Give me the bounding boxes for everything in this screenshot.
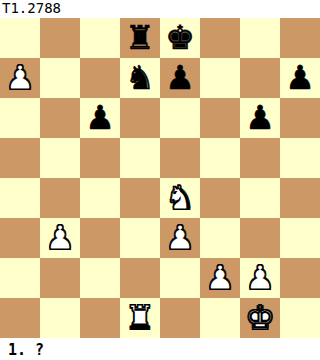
square-d8[interactable]: ♜ [120, 18, 160, 58]
black-pawn[interactable]: ♟ [85, 101, 115, 134]
square-a7[interactable]: ♟ [0, 58, 40, 98]
white-rook[interactable]: ♜ [125, 301, 155, 334]
square-c6[interactable]: ♟ [80, 98, 120, 138]
square-f8[interactable] [200, 18, 240, 58]
square-c5[interactable] [80, 138, 120, 178]
square-f1[interactable] [200, 298, 240, 338]
square-g4[interactable] [240, 178, 280, 218]
square-h1[interactable] [280, 298, 320, 338]
square-h8[interactable] [280, 18, 320, 58]
square-b4[interactable] [40, 178, 80, 218]
square-f5[interactable] [200, 138, 240, 178]
square-e5[interactable] [160, 138, 200, 178]
white-pawn[interactable]: ♟ [5, 61, 35, 94]
black-pawn[interactable]: ♟ [245, 101, 275, 134]
white-pawn[interactable]: ♟ [165, 221, 195, 254]
move-prompt: 1. ? [0, 338, 320, 360]
square-f2[interactable]: ♟ [200, 258, 240, 298]
square-a5[interactable] [0, 138, 40, 178]
black-rook[interactable]: ♜ [125, 21, 155, 54]
square-e8[interactable]: ♚ [160, 18, 200, 58]
square-c2[interactable] [80, 258, 120, 298]
square-e7[interactable]: ♟ [160, 58, 200, 98]
white-pawn[interactable]: ♟ [245, 261, 275, 294]
square-f7[interactable] [200, 58, 240, 98]
square-h3[interactable] [280, 218, 320, 258]
white-pawn[interactable]: ♟ [45, 221, 75, 254]
square-b7[interactable] [40, 58, 80, 98]
square-d4[interactable] [120, 178, 160, 218]
square-g2[interactable]: ♟ [240, 258, 280, 298]
square-d1[interactable]: ♜ [120, 298, 160, 338]
square-c1[interactable] [80, 298, 120, 338]
square-a8[interactable] [0, 18, 40, 58]
square-d5[interactable] [120, 138, 160, 178]
square-d6[interactable] [120, 98, 160, 138]
square-g7[interactable] [240, 58, 280, 98]
square-g3[interactable] [240, 218, 280, 258]
square-b1[interactable] [40, 298, 80, 338]
square-g5[interactable] [240, 138, 280, 178]
square-b6[interactable] [40, 98, 80, 138]
square-h4[interactable] [280, 178, 320, 218]
square-e6[interactable] [160, 98, 200, 138]
chess-board: ♜♚♟♞♟♟♟♟♞♟♟♟♟♜♚ [0, 18, 320, 338]
square-d2[interactable] [120, 258, 160, 298]
square-e1[interactable] [160, 298, 200, 338]
square-d3[interactable] [120, 218, 160, 258]
black-pawn[interactable]: ♟ [165, 61, 195, 94]
white-pawn[interactable]: ♟ [205, 261, 235, 294]
black-knight[interactable]: ♞ [125, 61, 155, 94]
square-a1[interactable] [0, 298, 40, 338]
square-f4[interactable] [200, 178, 240, 218]
square-h7[interactable]: ♟ [280, 58, 320, 98]
square-f6[interactable] [200, 98, 240, 138]
square-f3[interactable] [200, 218, 240, 258]
square-a2[interactable] [0, 258, 40, 298]
square-a6[interactable] [0, 98, 40, 138]
square-b3[interactable]: ♟ [40, 218, 80, 258]
square-g8[interactable] [240, 18, 280, 58]
square-g6[interactable]: ♟ [240, 98, 280, 138]
square-a4[interactable] [0, 178, 40, 218]
square-a3[interactable] [0, 218, 40, 258]
white-knight[interactable]: ♞ [165, 181, 195, 214]
square-b5[interactable] [40, 138, 80, 178]
black-king[interactable]: ♚ [165, 21, 195, 54]
square-b8[interactable] [40, 18, 80, 58]
square-e2[interactable] [160, 258, 200, 298]
black-pawn[interactable]: ♟ [285, 61, 315, 94]
square-c7[interactable] [80, 58, 120, 98]
square-h2[interactable] [280, 258, 320, 298]
square-g1[interactable]: ♚ [240, 298, 280, 338]
square-c3[interactable] [80, 218, 120, 258]
square-b2[interactable] [40, 258, 80, 298]
square-h6[interactable] [280, 98, 320, 138]
white-king[interactable]: ♚ [245, 301, 275, 334]
square-e4[interactable]: ♞ [160, 178, 200, 218]
square-h5[interactable] [280, 138, 320, 178]
square-c8[interactable] [80, 18, 120, 58]
square-e3[interactable]: ♟ [160, 218, 200, 258]
square-d7[interactable]: ♞ [120, 58, 160, 98]
puzzle-title: T1.2788 [0, 0, 320, 18]
square-c4[interactable] [80, 178, 120, 218]
